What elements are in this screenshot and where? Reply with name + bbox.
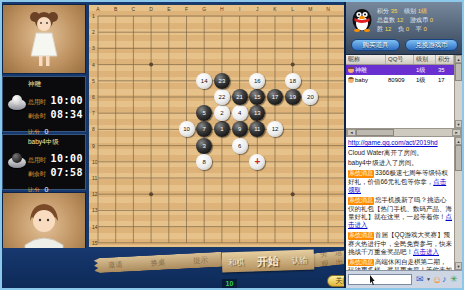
- star-point: [149, 192, 153, 196]
- stone-H7: 2: [214, 105, 230, 121]
- scroll-down-button[interactable]: ▼: [455, 120, 462, 128]
- step-time-value: 08:34: [50, 109, 83, 120]
- board-col-label: C: [132, 6, 136, 12]
- stone-J5: 16: [249, 73, 265, 89]
- header-score: 积分: [436, 55, 454, 64]
- scroll-thumb[interactable]: [455, 145, 462, 171]
- board-row-label: 6: [92, 94, 95, 100]
- last-move-marker: +: [254, 157, 260, 167]
- settings-icon[interactable]: ✳: [450, 273, 458, 286]
- chat-message: 系统消息首届【QQ游戏大奖赛】预赛火热进行中，全民免费参与，快来挑战千万重金奖品…: [348, 231, 452, 256]
- stone-J10: +: [249, 154, 265, 170]
- board-col-label: J: [256, 6, 259, 12]
- player-top-avatar: [2, 4, 86, 74]
- level-label: 级别: [404, 8, 416, 14]
- stone-G9: 3: [196, 138, 212, 154]
- stone-L6: 19: [285, 89, 301, 105]
- chat-scrollbar[interactable]: ▲ ▼: [454, 137, 462, 270]
- chat-link[interactable]: 点击进入: [413, 248, 439, 255]
- table-row[interactable]: 神雕1级35: [346, 65, 454, 75]
- chat-link[interactable]: 点击进入: [348, 213, 452, 228]
- table-scrollbar[interactable]: ▲ ▼: [454, 55, 462, 128]
- star-point: [291, 63, 295, 67]
- board-row-label: 1: [92, 13, 95, 19]
- system-message-tag: 系统消息: [348, 259, 374, 267]
- board-row-label: 10: [92, 159, 98, 165]
- chat-message: Cloud Water离开了房间。: [348, 149, 452, 157]
- wins-label: 胜: [377, 26, 383, 32]
- board-row-label: 3: [92, 45, 95, 51]
- player-table-header: 昵称 QQ号 级别 积分: [346, 55, 454, 65]
- step-time-label: 剩余时: [28, 171, 46, 177]
- chat-message[interactable]: http://game.qq.com/act/2019hd: [348, 139, 452, 147]
- losses-label: 负: [398, 26, 404, 32]
- invite-button[interactable]: 邀请: [108, 259, 124, 270]
- black-stone-bowl-icon: [8, 157, 26, 168]
- send-icon[interactable]: ✉: [416, 273, 424, 286]
- board-row-label: 14: [92, 224, 98, 230]
- board-col-label: K: [273, 6, 276, 12]
- girl-avatar-figure: [22, 8, 66, 70]
- system-message-tag: 系统消息: [348, 232, 374, 240]
- player-bottom-info-panel: baby4中级 总用时 10:00 剩余时 07:58 比分 0: [2, 134, 86, 190]
- scroll-right-button[interactable]: ►: [452, 129, 461, 136]
- player-top-info-panel: 神雕 总用时 10:00 剩余时 08:34 比分 0: [2, 76, 86, 132]
- losses-value: 0: [406, 26, 409, 32]
- board-col-label: L: [291, 6, 294, 12]
- board-row-label: 13: [92, 207, 98, 213]
- chat-link[interactable]: 点击领取: [348, 178, 446, 193]
- board-col-label: B: [114, 6, 117, 12]
- table-number-badge: 10: [222, 279, 237, 288]
- step-time-value: 07:58: [50, 167, 83, 178]
- board-row-label: 4: [92, 62, 95, 68]
- scroll-thumb[interactable]: [455, 63, 462, 81]
- player-mini-avatar: [348, 77, 354, 83]
- resign-button[interactable]: 认输: [291, 254, 307, 266]
- gomoku-board[interactable]: ABCDEFGHIJKLMNO1234567891011121314151234…: [88, 4, 346, 248]
- ribbon-left: 邀请 换桌 提示: [94, 252, 223, 274]
- stone-H6: 22: [214, 89, 230, 105]
- table-row[interactable]: baby809091级17: [346, 75, 454, 85]
- score-value: 35: [391, 8, 398, 14]
- board-row-label: 5: [92, 78, 95, 84]
- hint-button[interactable]: 提示: [193, 255, 209, 266]
- board-col-label: E: [167, 6, 170, 12]
- stone-G10: 8: [196, 154, 212, 170]
- board-col-label: H: [220, 6, 224, 12]
- board-col-label: M: [308, 6, 312, 12]
- star-point: [291, 192, 295, 196]
- board-col-label: A: [96, 6, 99, 12]
- coins-value: 0: [430, 17, 433, 23]
- sound-icon[interactable]: ♪: [442, 273, 447, 286]
- white-stone-bowl-icon: [8, 99, 26, 110]
- stats-panel: 积分 35 级别 1级 总盘数 12 游戏币 0 胜 12 负 0 平 0 购买…: [346, 2, 462, 55]
- start-button[interactable]: 开始: [257, 253, 280, 269]
- stone-I7: 4: [232, 105, 248, 121]
- player-top-name: 神雕: [28, 80, 41, 89]
- board-row-label: 12: [92, 191, 98, 197]
- games-label: 总盘数: [377, 17, 395, 23]
- header-qq-number: QQ号: [386, 55, 414, 64]
- header-level: 级别: [414, 55, 436, 64]
- board-col-label: G: [202, 6, 206, 12]
- ribbon-center: 和棋 开始 认输: [222, 249, 315, 272]
- stone-L5: 18: [285, 73, 301, 89]
- scroll-down-button[interactable]: ▼: [455, 262, 462, 270]
- stone-I9: 6: [232, 138, 248, 154]
- draws-label: 平: [416, 26, 422, 32]
- step-time-label: 剩余时: [28, 113, 46, 119]
- chat-message: 系统消息3366极速七周年等级特权好礼，价值66元礼包等你拿，点击领取: [348, 169, 452, 194]
- chat-area: http://game.qq.com/act/2019hdCloud Water…: [346, 137, 454, 270]
- board-row-label: 7: [92, 110, 95, 116]
- board-row-label: 9: [92, 143, 95, 149]
- player-mini-avatar: [348, 67, 354, 73]
- scroll-left-button[interactable]: ◄: [347, 129, 356, 136]
- board-row-label: 2: [92, 29, 95, 35]
- qq-penguin-logo: [350, 6, 374, 32]
- chat-message: 系统消息高端休闲自走棋第二期，玩法更多样，奖品更丰厚！等你来加入！点击查看!!: [348, 258, 452, 270]
- scroll-up-button[interactable]: ▲: [455, 137, 462, 145]
- chat-input-row: ✉▼☺♪✳: [346, 270, 462, 288]
- board-row-label: 15: [92, 240, 98, 246]
- change-table-button[interactable]: 换桌: [150, 257, 166, 268]
- chat-message: baby4中级进入了房间。: [348, 159, 452, 167]
- stone-G5: 14: [196, 73, 212, 89]
- board-col-label: F: [185, 6, 188, 12]
- stone-I8: 9: [232, 121, 248, 137]
- header-nickname: 昵称: [346, 55, 386, 64]
- chat-input[interactable]: [348, 274, 412, 285]
- buy-items-button[interactable]: 购买道具: [351, 39, 400, 51]
- system-message-tag: 系统消息: [348, 197, 374, 205]
- star-point: [149, 63, 153, 67]
- draws-value: 0: [423, 26, 426, 32]
- qq-game-window: 神雕 总用时 10:00 剩余时 08:34 比分 0 baby4中级 总用时 …: [0, 0, 464, 290]
- board-col-label: I: [239, 6, 240, 12]
- player-bottom-name: baby4中级: [28, 138, 59, 147]
- draw-button[interactable]: 和棋: [228, 256, 244, 268]
- stone-I6: 21: [232, 89, 248, 105]
- scroll-up-button[interactable]: ▲: [455, 55, 462, 63]
- player-table: 昵称 QQ号 级别 积分 神雕1级35baby809091级17: [346, 55, 462, 128]
- scroll-thumb[interactable]: [356, 129, 394, 136]
- stone-H5: 23: [214, 73, 230, 89]
- sidebar: 积分 35 级别 1级 总盘数 12 游戏币 0 胜 12 负 0 平 0 购买…: [346, 2, 462, 288]
- system-message-tag: 系统消息: [348, 170, 374, 178]
- stone-K6: 17: [267, 89, 283, 105]
- board-row-label: 11: [92, 175, 97, 181]
- score-label: 积分: [377, 8, 389, 14]
- exchange-coins-button[interactable]: 兑换游戏币: [405, 39, 458, 51]
- emoji-icon[interactable]: ☺: [432, 273, 442, 286]
- send-dropdown-icon[interactable]: ▼: [426, 273, 431, 286]
- level-value: 1级: [418, 8, 427, 14]
- bottom-toolbar: 邀请 换桌 提示 和棋 开始 认输 托管 旁观 退出 10 关闭: [2, 248, 346, 288]
- stone-F8: 10: [179, 121, 195, 137]
- board-col-label: D: [149, 6, 153, 12]
- board-row-label: 8: [92, 126, 95, 132]
- board-col-label: N: [326, 6, 330, 12]
- horizontal-scrollbar[interactable]: ◄ ►: [346, 128, 462, 137]
- wins-value: 12: [385, 26, 392, 32]
- coins-label: 游戏币: [410, 17, 428, 23]
- chat-message: 系统消息您手机换新了吗？挑选心仪的礼包【热门手机、数码产品、海量好礼】就在这里，…: [348, 196, 452, 229]
- games-value: 12: [397, 17, 404, 23]
